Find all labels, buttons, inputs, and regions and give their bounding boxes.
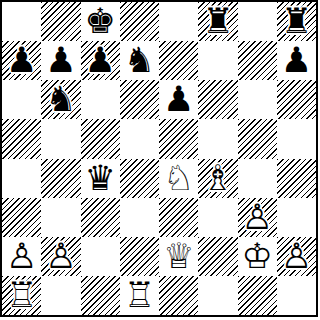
square-e5[interactable] xyxy=(159,119,198,158)
square-f6[interactable] xyxy=(198,80,237,119)
square-e8[interactable] xyxy=(159,2,198,41)
square-h5[interactable] xyxy=(277,119,316,158)
piece-glyph-layer: ♟ xyxy=(277,41,316,80)
square-h7[interactable]: ♟♟ xyxy=(277,41,316,80)
square-c6[interactable] xyxy=(81,80,120,119)
piece-glyph-layer: ♞ xyxy=(120,41,159,80)
square-c1[interactable] xyxy=(81,276,120,315)
piece-glyph-layer: ♞ xyxy=(41,80,80,119)
black-pawn[interactable]: ♟♟ xyxy=(41,41,80,80)
square-b1[interactable] xyxy=(41,276,80,315)
black-knight[interactable]: ♞♞ xyxy=(120,41,159,80)
piece-glyph-layer: ♖ xyxy=(2,276,41,315)
square-g7[interactable] xyxy=(238,41,277,80)
piece-glyph-layer: ♙ xyxy=(2,237,41,276)
square-h3[interactable] xyxy=(277,198,316,237)
black-king[interactable]: ♚♚ xyxy=(81,2,120,41)
square-g4[interactable] xyxy=(238,159,277,198)
piece-glyph-layer: ♙ xyxy=(277,237,316,276)
square-g1[interactable] xyxy=(238,276,277,315)
square-a8[interactable] xyxy=(2,2,41,41)
square-e1[interactable] xyxy=(159,276,198,315)
square-g6[interactable] xyxy=(238,80,277,119)
square-g5[interactable] xyxy=(238,119,277,158)
white-knight[interactable]: ♞♘ xyxy=(159,159,198,198)
square-d5[interactable] xyxy=(120,119,159,158)
white-bishop[interactable]: ♝♗ xyxy=(198,159,237,198)
square-d7[interactable]: ♞♞ xyxy=(120,41,159,80)
square-b5[interactable] xyxy=(41,119,80,158)
square-b3[interactable] xyxy=(41,198,80,237)
white-queen[interactable]: ♛♕ xyxy=(159,237,198,276)
square-a7[interactable]: ♟♟ xyxy=(2,41,41,80)
square-b2[interactable]: ♟♙ xyxy=(41,237,80,276)
square-c2[interactable] xyxy=(81,237,120,276)
white-pawn[interactable]: ♟♙ xyxy=(277,237,316,276)
square-d6[interactable] xyxy=(120,80,159,119)
black-queen[interactable]: ♛♛ xyxy=(81,159,120,198)
square-f3[interactable] xyxy=(198,198,237,237)
piece-glyph-layer: ♜ xyxy=(277,2,316,41)
square-c7[interactable]: ♟♟ xyxy=(81,41,120,80)
square-c8[interactable]: ♚♚ xyxy=(81,2,120,41)
square-b7[interactable]: ♟♟ xyxy=(41,41,80,80)
square-b8[interactable] xyxy=(41,2,80,41)
square-f2[interactable] xyxy=(198,237,237,276)
piece-glyph-layer: ♟ xyxy=(159,80,198,119)
square-a1[interactable]: ♜♖ xyxy=(2,276,41,315)
piece-glyph-layer: ♟ xyxy=(81,41,120,80)
square-h8[interactable]: ♜♜ xyxy=(277,2,316,41)
black-knight[interactable]: ♞♞ xyxy=(41,80,80,119)
piece-glyph-layer: ♖ xyxy=(120,276,159,315)
black-pawn[interactable]: ♟♟ xyxy=(277,41,316,80)
square-a4[interactable] xyxy=(2,159,41,198)
square-h4[interactable] xyxy=(277,159,316,198)
piece-glyph-layer: ♟ xyxy=(2,41,41,80)
piece-glyph-layer: ♙ xyxy=(41,237,80,276)
white-rook[interactable]: ♜♖ xyxy=(120,276,159,315)
piece-glyph-layer: ♛ xyxy=(81,159,120,198)
piece-glyph-layer: ♘ xyxy=(159,159,198,198)
white-pawn[interactable]: ♟♙ xyxy=(238,198,277,237)
piece-glyph-layer: ♕ xyxy=(159,237,198,276)
square-g8[interactable] xyxy=(238,2,277,41)
piece-glyph-layer: ♗ xyxy=(198,159,237,198)
square-d2[interactable] xyxy=(120,237,159,276)
square-b6[interactable]: ♞♞ xyxy=(41,80,80,119)
square-a2[interactable]: ♟♙ xyxy=(2,237,41,276)
square-f4[interactable]: ♝♗ xyxy=(198,159,237,198)
square-b4[interactable] xyxy=(41,159,80,198)
square-g2[interactable]: ♚♔ xyxy=(238,237,277,276)
square-e6[interactable]: ♟♟ xyxy=(159,80,198,119)
white-rook[interactable]: ♜♖ xyxy=(2,276,41,315)
square-h6[interactable] xyxy=(277,80,316,119)
square-f1[interactable] xyxy=(198,276,237,315)
square-d4[interactable] xyxy=(120,159,159,198)
square-e2[interactable]: ♛♕ xyxy=(159,237,198,276)
piece-glyph-layer: ♔ xyxy=(238,237,277,276)
square-c5[interactable] xyxy=(81,119,120,158)
square-e7[interactable] xyxy=(159,41,198,80)
square-e3[interactable] xyxy=(159,198,198,237)
square-a3[interactable] xyxy=(2,198,41,237)
black-rook[interactable]: ♜♜ xyxy=(277,2,316,41)
square-c3[interactable] xyxy=(81,198,120,237)
white-king[interactable]: ♚♔ xyxy=(238,237,277,276)
chess-board: ♚♚♜♜♜♜♟♟♟♟♟♟♞♞♟♟♞♞♟♟♛♛♞♘♝♗♟♙♟♙♟♙♛♕♚♔♟♙♜♖… xyxy=(0,0,318,317)
piece-glyph-layer: ♜ xyxy=(198,2,237,41)
square-e4[interactable]: ♞♘ xyxy=(159,159,198,198)
square-c4[interactable]: ♛♛ xyxy=(81,159,120,198)
square-d8[interactable] xyxy=(120,2,159,41)
white-pawn[interactable]: ♟♙ xyxy=(2,237,41,276)
black-pawn[interactable]: ♟♟ xyxy=(159,80,198,119)
square-h1[interactable] xyxy=(277,276,316,315)
square-f8[interactable]: ♜♜ xyxy=(198,2,237,41)
black-rook[interactable]: ♜♜ xyxy=(198,2,237,41)
piece-glyph-layer: ♟ xyxy=(41,41,80,80)
square-a5[interactable] xyxy=(2,119,41,158)
square-f5[interactable] xyxy=(198,119,237,158)
square-g3[interactable]: ♟♙ xyxy=(238,198,277,237)
square-h2[interactable]: ♟♙ xyxy=(277,237,316,276)
black-pawn[interactable]: ♟♟ xyxy=(2,41,41,80)
square-f7[interactable] xyxy=(198,41,237,80)
square-d3[interactable] xyxy=(120,198,159,237)
white-pawn[interactable]: ♟♙ xyxy=(41,237,80,276)
square-d1[interactable]: ♜♖ xyxy=(120,276,159,315)
piece-glyph-layer: ♚ xyxy=(81,2,120,41)
black-pawn[interactable]: ♟♟ xyxy=(81,41,120,80)
square-a6[interactable] xyxy=(2,80,41,119)
piece-glyph-layer: ♙ xyxy=(238,198,277,237)
